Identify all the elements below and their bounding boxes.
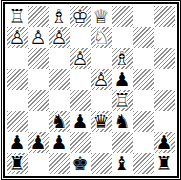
piece-white-bishop: ♗ [112, 48, 133, 69]
square-e2[interactable] [70, 27, 91, 48]
square-e5[interactable] [70, 90, 91, 111]
square-a4[interactable] [154, 69, 175, 90]
square-g3[interactable] [28, 48, 49, 69]
square-f1[interactable]: ♝♗ [49, 6, 70, 27]
square-e3[interactable]: ♟♙ [70, 48, 91, 69]
square-a1[interactable] [154, 6, 175, 27]
piece-black-pawn: ♟ [49, 132, 70, 153]
square-b8[interactable] [133, 153, 154, 174]
square-c3[interactable]: ♝♗ [112, 48, 133, 69]
square-b5[interactable] [133, 90, 154, 111]
square-a2[interactable] [154, 27, 175, 48]
square-b4[interactable] [133, 69, 154, 90]
piece-white-pawn: ♙ [28, 27, 49, 48]
board-frame-inner: ♜♖♝♗♚♔♛♕♟♙♟♙♟♙♞♘♟♙♝♗♟♙♟♟♜♖♞♞♟♟♛♛♞♞♟♟♟♟♟♟… [3, 2, 179, 178]
square-c4[interactable]: ♟♟ [112, 69, 133, 90]
square-h5[interactable] [7, 90, 28, 111]
square-a3[interactable] [154, 48, 175, 69]
piece-black-pawn: ♟ [7, 132, 28, 153]
piece-black-pawn: ♟ [70, 111, 91, 132]
piece-black-rook: ♜ [7, 153, 28, 174]
piece-black-pawn: ♟ [112, 69, 133, 90]
square-e7[interactable] [70, 132, 91, 153]
square-e8[interactable]: ♚♚ [70, 153, 91, 174]
square-f6[interactable]: ♞♞ [49, 111, 70, 132]
square-a8[interactable]: ♜♜ [154, 153, 175, 174]
square-f5[interactable] [49, 90, 70, 111]
square-c5[interactable]: ♜♖ [112, 90, 133, 111]
square-g4[interactable] [28, 69, 49, 90]
square-h7[interactable]: ♟♟ [7, 132, 28, 153]
square-d2[interactable]: ♞♘ [91, 27, 112, 48]
piece-white-king: ♔ [70, 6, 91, 27]
piece-black-rook: ♜ [154, 153, 175, 174]
piece-black-pawn: ♟ [28, 132, 49, 153]
square-b2[interactable] [133, 27, 154, 48]
square-f3[interactable] [49, 48, 70, 69]
square-c6[interactable]: ♞♞ [112, 111, 133, 132]
square-g7[interactable]: ♟♟ [28, 132, 49, 153]
piece-white-queen: ♕ [91, 6, 112, 27]
square-d4[interactable]: ♟♙ [91, 69, 112, 90]
square-h8[interactable]: ♜♜ [7, 153, 28, 174]
piece-white-pawn: ♙ [91, 69, 112, 90]
piece-black-bishop: ♝ [112, 153, 133, 174]
square-f4[interactable] [49, 69, 70, 90]
board-frame: ♜♖♝♗♚♔♛♕♟♙♟♙♟♙♞♘♟♙♝♗♟♙♟♟♜♖♞♞♟♟♛♛♞♞♟♟♟♟♟♟… [1, 0, 181, 180]
piece-white-pawn: ♙ [49, 27, 70, 48]
piece-black-knight: ♞ [49, 111, 70, 132]
piece-white-rook: ♖ [7, 6, 28, 27]
square-b6[interactable] [133, 111, 154, 132]
piece-black-knight: ♞ [112, 111, 133, 132]
square-a7[interactable]: ♟♟ [154, 132, 175, 153]
square-c2[interactable] [112, 27, 133, 48]
square-h1[interactable]: ♜♖ [7, 6, 28, 27]
square-f7[interactable]: ♟♟ [49, 132, 70, 153]
square-d5[interactable] [91, 90, 112, 111]
square-d1[interactable]: ♛♕ [91, 6, 112, 27]
square-d3[interactable] [91, 48, 112, 69]
piece-white-rook: ♖ [112, 90, 133, 111]
square-e4[interactable] [70, 69, 91, 90]
square-b3[interactable] [133, 48, 154, 69]
square-h2[interactable]: ♟♙ [7, 27, 28, 48]
square-e1[interactable]: ♚♔ [70, 6, 91, 27]
piece-white-pawn: ♙ [70, 48, 91, 69]
square-a6[interactable] [154, 111, 175, 132]
square-g6[interactable] [28, 111, 49, 132]
chess-board: ♜♖♝♗♚♔♛♕♟♙♟♙♟♙♞♘♟♙♝♗♟♙♟♟♜♖♞♞♟♟♛♛♞♞♟♟♟♟♟♟… [7, 6, 175, 174]
square-f2[interactable]: ♟♙ [49, 27, 70, 48]
piece-white-pawn: ♙ [7, 27, 28, 48]
square-h6[interactable] [7, 111, 28, 132]
square-h4[interactable] [7, 69, 28, 90]
square-g5[interactable] [28, 90, 49, 111]
square-d6[interactable]: ♛♛ [91, 111, 112, 132]
piece-white-knight: ♘ [91, 27, 112, 48]
square-d8[interactable] [91, 153, 112, 174]
piece-white-bishop: ♗ [49, 6, 70, 27]
square-h3[interactable] [7, 48, 28, 69]
square-g2[interactable]: ♟♙ [28, 27, 49, 48]
square-c7[interactable] [112, 132, 133, 153]
square-g1[interactable] [28, 6, 49, 27]
square-d7[interactable] [91, 132, 112, 153]
piece-black-king: ♚ [70, 153, 91, 174]
square-c8[interactable]: ♝♝ [112, 153, 133, 174]
piece-black-queen: ♛ [91, 111, 112, 132]
square-c1[interactable] [112, 6, 133, 27]
piece-black-pawn: ♟ [154, 132, 175, 153]
square-a5[interactable] [154, 90, 175, 111]
square-b7[interactable] [133, 132, 154, 153]
square-b1[interactable] [133, 6, 154, 27]
square-g8[interactable] [28, 153, 49, 174]
square-e6[interactable]: ♟♟ [70, 111, 91, 132]
square-f8[interactable] [49, 153, 70, 174]
